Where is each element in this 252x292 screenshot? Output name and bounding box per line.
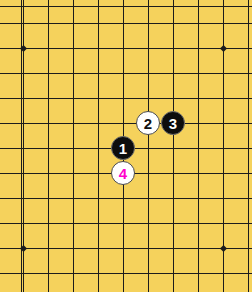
go-board[interactable]: 1234 xyxy=(0,0,252,292)
star-point xyxy=(220,45,227,52)
go-diagram: 1234 xyxy=(0,0,252,292)
star-point xyxy=(220,245,227,252)
star-point xyxy=(20,45,27,52)
stone-move-number: 1 xyxy=(119,141,127,156)
stone-black-1: 1 xyxy=(111,136,135,160)
stone-white-2: 2 xyxy=(136,111,160,135)
stone-move-number: 3 xyxy=(169,116,177,131)
stone-move-number: 4 xyxy=(119,166,127,181)
stone-black-3: 3 xyxy=(161,111,185,135)
star-point xyxy=(20,245,27,252)
stone-white-4: 4 xyxy=(111,161,135,185)
stone-move-number: 2 xyxy=(144,116,152,131)
